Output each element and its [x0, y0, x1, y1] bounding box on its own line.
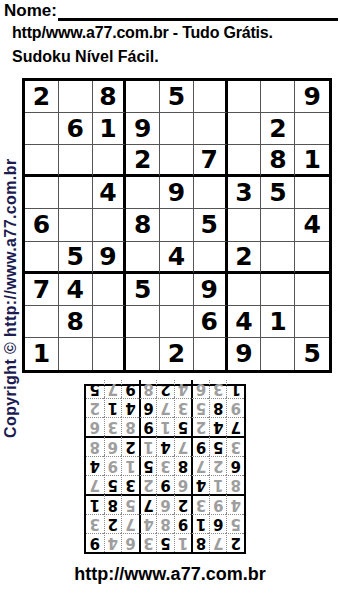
solution-cell-r3c3: 3	[191, 494, 209, 514]
cell-r9c8[interactable]	[261, 338, 295, 370]
cell-r1c9: 9	[295, 81, 329, 113]
cell-r4c7: 3	[228, 177, 262, 209]
solution-cell-r3c2: 9	[209, 494, 227, 514]
cell-r5c9: 4	[295, 209, 329, 241]
solution-cell-r8c7: 4	[121, 398, 139, 417]
cell-r1c2[interactable]	[59, 81, 93, 113]
cell-r6c7: 2	[228, 242, 262, 274]
solution-cell-r5c4: 8	[174, 456, 192, 475]
solution-cell-r2c7: 7	[121, 514, 139, 533]
solution-cell-r1c3: 8	[191, 533, 209, 552]
cell-r2c1[interactable]	[25, 113, 59, 145]
cell-r3c1[interactable]	[25, 145, 59, 177]
solution-cell-r5c5: 3	[156, 456, 174, 475]
cell-r3c6: 7	[194, 145, 228, 177]
cell-r8c1[interactable]	[25, 306, 59, 338]
worksheet-page: Nome: http/www.a77.com.br - Tudo Grátis.…	[0, 0, 340, 596]
solution-cell-r2c2: 6	[209, 514, 227, 533]
solution-cell-r1c8: 4	[104, 533, 122, 552]
cell-r1c4[interactable]	[126, 81, 160, 113]
solution-cell-r3c1: 4	[226, 494, 244, 514]
solution-cell-r9c1: 1	[226, 380, 244, 398]
solution-cell-r9c6: 8	[139, 380, 157, 398]
cell-r5c8[interactable]	[261, 209, 295, 241]
solution-cell-r5c8: 9	[104, 456, 122, 475]
cell-r2c4: 9	[126, 113, 160, 145]
solution-cell-r2c9: 3	[86, 514, 104, 533]
cell-r3c9: 1	[295, 145, 329, 177]
solution-cell-r5c9: 4	[86, 456, 104, 475]
cell-r8c7: 4	[228, 306, 262, 338]
solution-cell-r3c5: 6	[156, 494, 174, 514]
solution-cell-r1c4: 1	[174, 533, 192, 552]
solution-cell-r7c3: 2	[191, 417, 209, 436]
cell-r6c1[interactable]	[25, 242, 59, 274]
cell-r8c3[interactable]	[93, 306, 127, 338]
cell-r5c1: 6	[25, 209, 59, 241]
cell-r9c6[interactable]	[194, 338, 228, 370]
cell-r2c8: 2	[261, 113, 295, 145]
solution-cell-r7c8: 3	[104, 417, 122, 436]
puzzle-level-title: Sudoku Nível Fácil.	[12, 48, 159, 66]
cell-r3c4: 2	[126, 145, 160, 177]
name-row: Nome:	[4, 1, 338, 21]
cell-r6c4[interactable]	[126, 242, 160, 274]
cell-r1c5: 5	[160, 81, 194, 113]
solution-cell-r7c2: 4	[209, 417, 227, 436]
cell-r6c6[interactable]	[194, 242, 228, 274]
solution-cell-r5c3: 7	[191, 456, 209, 475]
solution-grid: 2781536495619847234932675818146923576278…	[84, 384, 246, 554]
cell-r7c2: 4	[59, 274, 93, 306]
solution-cell-r5c2: 2	[209, 456, 227, 475]
solution-cell-r9c5: 2	[156, 380, 174, 398]
solution-cell-r3c6: 7	[139, 494, 157, 514]
cell-r4c6[interactable]	[194, 177, 228, 209]
solution-cell-r1c1: 2	[226, 533, 244, 552]
cell-r7c1: 7	[25, 274, 59, 306]
cell-r9c1: 1	[25, 338, 59, 370]
cell-r8c6: 6	[194, 306, 228, 338]
copyright-vertical-text: Copyright © http://www.a77.com.br	[2, 158, 20, 438]
solution-cell-r4c4: 6	[174, 475, 192, 494]
solution-cell-r1c9: 9	[86, 533, 104, 552]
solution-cell-r2c4: 9	[174, 514, 192, 533]
name-label: Nome:	[4, 1, 57, 21]
cell-r9c4[interactable]	[126, 338, 160, 370]
solution-cell-r2c1: 5	[226, 514, 244, 533]
solution-cell-r6c1: 3	[226, 436, 244, 456]
cell-r3c3[interactable]	[93, 145, 127, 177]
solution-cell-r9c2: 3	[209, 380, 227, 398]
solution-cell-r9c4: 4	[174, 380, 192, 398]
cell-r9c3[interactable]	[93, 338, 127, 370]
solution-cell-r9c7: 9	[121, 380, 139, 398]
cell-r1c7[interactable]	[228, 81, 262, 113]
cell-r2c5[interactable]	[160, 113, 194, 145]
solution-cell-r6c4: 7	[174, 436, 192, 456]
solution-cell-r4c7: 3	[121, 475, 139, 494]
solution-cell-r2c8: 2	[104, 514, 122, 533]
solution-cell-r1c5: 5	[156, 533, 174, 552]
solution-cell-r7c4: 5	[174, 417, 192, 436]
cell-r3c7[interactable]	[228, 145, 262, 177]
cell-r9c5: 2	[160, 338, 194, 370]
footer-url: http://www.a77.com.br	[0, 564, 340, 585]
solution-cell-r8c6: 6	[139, 398, 157, 417]
cell-r2c9[interactable]	[295, 113, 329, 145]
solution-cell-r9c8: 7	[104, 380, 122, 398]
cell-r5c7[interactable]	[228, 209, 262, 241]
cell-r9c2[interactable]	[59, 338, 93, 370]
solution-cell-r1c2: 7	[209, 533, 227, 552]
solution-cell-r4c3: 4	[191, 475, 209, 494]
solution-cell-r5c7: 1	[121, 456, 139, 475]
cell-r4c5: 9	[160, 177, 194, 209]
cell-r5c3[interactable]	[93, 209, 127, 241]
cell-r2c6[interactable]	[194, 113, 228, 145]
cell-r2c7[interactable]	[228, 113, 262, 145]
solution-cell-r4c6: 2	[139, 475, 157, 494]
cell-r6c3: 9	[93, 242, 127, 274]
solution-cell-r6c6: 1	[139, 436, 157, 456]
cell-r8c4[interactable]	[126, 306, 160, 338]
cell-r9c9: 5	[295, 338, 329, 370]
cell-r4c1[interactable]	[25, 177, 59, 209]
solution-cell-r4c8: 5	[104, 475, 122, 494]
cell-r7c9[interactable]	[295, 274, 329, 306]
cell-r6c9[interactable]	[295, 242, 329, 274]
cell-r1c6[interactable]	[194, 81, 228, 113]
solution-cell-r7c6: 9	[139, 417, 157, 436]
cell-r3c8: 8	[261, 145, 295, 177]
solution-cell-r9c3: 6	[191, 380, 209, 398]
cell-r5c2[interactable]	[59, 209, 93, 241]
cell-r4c8: 5	[261, 177, 295, 209]
solution-cell-r3c8: 8	[104, 494, 122, 514]
cell-r3c5[interactable]	[160, 145, 194, 177]
solution-cell-r4c5: 9	[156, 475, 174, 494]
cell-r5c6: 5	[194, 209, 228, 241]
solution-cell-r8c1: 9	[226, 398, 244, 417]
cell-r7c6: 9	[194, 274, 228, 306]
name-blank-line	[58, 5, 338, 21]
cell-r7c4: 5	[126, 274, 160, 306]
cell-r1c1: 2	[25, 81, 59, 113]
solution-cell-r5c6: 5	[139, 456, 157, 475]
solution-cell-r8c4: 3	[174, 398, 192, 417]
cell-r8c2: 8	[59, 306, 93, 338]
solution-cell-r8c8: 1	[104, 398, 122, 417]
cell-r8c9[interactable]	[295, 306, 329, 338]
cell-r4c9[interactable]	[295, 177, 329, 209]
solution-cell-r6c5: 4	[156, 436, 174, 456]
solution-cell-r3c7: 5	[121, 494, 139, 514]
solution-cell-r4c1: 8	[226, 475, 244, 494]
cell-r7c7[interactable]	[228, 274, 262, 306]
solution-cell-r6c2: 5	[209, 436, 227, 456]
cell-r2c2: 6	[59, 113, 93, 145]
solution-cell-r3c9: 1	[86, 494, 104, 514]
solution-cell-r9c9: 5	[86, 380, 104, 398]
solution-cell-r4c9: 7	[86, 475, 104, 494]
solution-cell-r6c3: 9	[191, 436, 209, 456]
solution-cell-r2c5: 8	[156, 514, 174, 533]
solution-cell-r8c2: 8	[209, 398, 227, 417]
cell-r5c5[interactable]	[160, 209, 194, 241]
cell-r8c5[interactable]	[160, 306, 194, 338]
solution-cell-r1c6: 3	[139, 533, 157, 552]
cell-r4c3: 4	[93, 177, 127, 209]
cell-r9c7: 9	[228, 338, 262, 370]
solution-cell-r1c7: 6	[121, 533, 139, 552]
cell-r6c2: 5	[59, 242, 93, 274]
solution-cell-r3c4: 2	[174, 494, 192, 514]
cell-r2c3: 1	[93, 113, 127, 145]
solution-cell-r5c1: 6	[226, 456, 244, 475]
solution-cell-r2c3: 1	[191, 514, 209, 533]
cell-r5c4: 8	[126, 209, 160, 241]
site-title: http/www.a77.com.br - Tudo Grátis.	[12, 24, 273, 42]
cell-r1c8[interactable]	[261, 81, 295, 113]
cell-r4c2[interactable]	[59, 177, 93, 209]
solution-cell-r7c5: 1	[156, 417, 174, 436]
cell-r7c5[interactable]	[160, 274, 194, 306]
cell-r4c4[interactable]	[126, 177, 160, 209]
cell-r3c2[interactable]	[59, 145, 93, 177]
solution-cell-r7c1: 7	[226, 417, 244, 436]
solution-cell-r7c9: 6	[86, 417, 104, 436]
cell-r7c3[interactable]	[93, 274, 127, 306]
solution-cell-r8c3: 5	[191, 398, 209, 417]
cell-r6c5: 4	[160, 242, 194, 274]
cell-r8c8: 1	[261, 306, 295, 338]
solution-cell-r7c7: 8	[121, 417, 139, 436]
solution-cell-r4c2: 1	[209, 475, 227, 494]
solution-cell-r2c6: 4	[139, 514, 157, 533]
solution-cell-r8c9: 2	[86, 398, 104, 417]
solution-cell-r8c5: 7	[156, 398, 174, 417]
solution-cell-r6c9: 8	[86, 436, 104, 456]
cell-r7c8[interactable]	[261, 274, 295, 306]
cell-r1c3: 8	[93, 81, 127, 113]
solution-cell-r6c7: 2	[121, 436, 139, 456]
sudoku-grid: 285961922781493568545942745986411295	[22, 78, 332, 373]
solution-cell-r6c8: 6	[104, 436, 122, 456]
cell-r6c8[interactable]	[261, 242, 295, 274]
